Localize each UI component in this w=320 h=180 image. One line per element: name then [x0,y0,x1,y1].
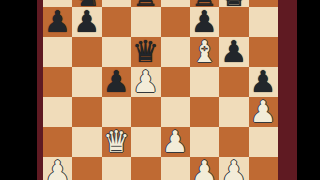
video-frame: ♞♜♜♚♟♟♟♛♝♟♟♟♟♟♛♟♟♟♟♜♜♚ [0,0,320,180]
chess-board: ♞♜♜♚♟♟♟♛♝♟♟♟♟♟♛♟♟♟♟♜♜♚ [43,0,278,180]
square-d4 [131,97,160,127]
square-c4 [102,97,131,127]
square-g8: ♚ [219,0,248,7]
square-h2 [249,157,278,180]
square-f5 [190,67,219,97]
square-g6: ♟ [219,37,248,67]
square-h4: ♟ [249,97,278,127]
square-e7 [161,7,190,37]
square-e5 [161,67,190,97]
square-c7 [102,7,131,37]
square-b5 [72,67,101,97]
white-pawn-e3: ♟ [162,127,189,157]
square-d3 [131,127,160,157]
square-f2: ♟ [190,157,219,180]
white-pawn-g2: ♟ [220,157,247,180]
square-c3: ♛ [102,127,131,157]
square-c5: ♟ [102,67,131,97]
square-a7: ♟ [43,7,72,37]
square-b6 [72,37,101,67]
square-c6 [102,37,131,67]
square-f3 [190,127,219,157]
square-e8 [161,0,190,7]
white-pawn-f2: ♟ [191,157,218,180]
square-a5 [43,67,72,97]
square-d8: ♜ [131,0,160,7]
square-c2 [102,157,131,180]
square-a6 [43,37,72,67]
square-a3 [43,127,72,157]
black-pawn-b7: ♟ [74,7,101,37]
square-g5 [219,67,248,97]
square-h5: ♟ [249,67,278,97]
white-pawn-a2: ♟ [44,157,71,180]
square-h3 [249,127,278,157]
square-a4 [43,97,72,127]
black-queen-d6: ♛ [132,37,159,67]
square-e6 [161,37,190,67]
square-e2 [161,157,190,180]
square-c8 [102,0,131,7]
square-f6: ♝ [190,37,219,67]
black-pawn-g6: ♟ [220,37,247,67]
white-pawn-h4: ♟ [250,97,277,127]
white-bishop-f6: ♝ [191,37,218,67]
square-e4 [161,97,190,127]
square-g2: ♟ [219,157,248,180]
square-a2: ♟ [43,157,72,180]
square-b2 [72,157,101,180]
square-e3: ♟ [161,127,190,157]
black-pawn-c5: ♟ [103,67,130,97]
black-pawn-f7: ♟ [191,7,218,37]
square-b7: ♟ [72,7,101,37]
black-pawn-h5: ♟ [250,67,277,97]
white-pawn-d5: ♟ [132,67,159,97]
square-g7 [219,7,248,37]
square-d2 [131,157,160,180]
square-h6 [249,37,278,67]
square-b3 [72,127,101,157]
square-d7 [131,7,160,37]
white-queen-c3: ♛ [103,127,130,157]
square-h7 [249,7,278,37]
black-pawn-a7: ♟ [44,7,71,37]
square-d6: ♛ [131,37,160,67]
square-b4 [72,97,101,127]
square-g3 [219,127,248,157]
square-f7: ♟ [190,7,219,37]
square-f4 [190,97,219,127]
square-h8 [249,0,278,7]
square-g4 [219,97,248,127]
square-d5: ♟ [131,67,160,97]
